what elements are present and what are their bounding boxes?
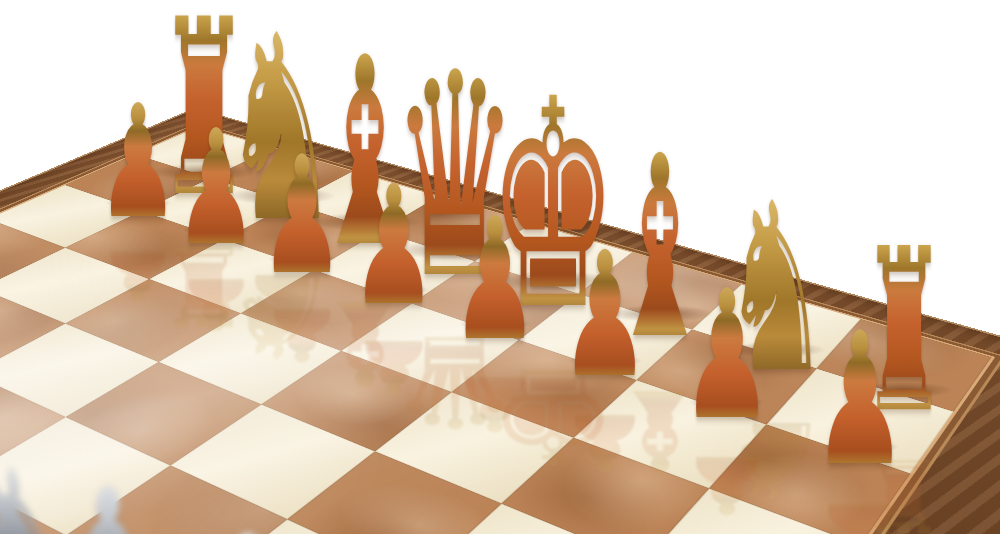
silver-p-glyph: ♟ [177, 502, 319, 534]
silver-n-glyph: ♞ [29, 517, 146, 534]
scene: ♜♜♞♞♝♝♛♛♚♚♝♝♞♞♜♜♟♟♟♟♟♟♟♟♟♟♟♟♟♟♟♟♞♞♟♟♞♞♟♟… [0, 0, 1000, 534]
gold-p-glyph: ♟ [561, 230, 651, 403]
pieces-layer: ♜♜♞♞♝♝♛♛♚♚♝♝♞♞♜♜♟♟♟♟♟♟♟♟♟♟♟♟♟♟♟♟♞♞♟♟♞♞♟♟ [0, 0, 1000, 534]
gold-p-glyph: ♟ [812, 308, 907, 491]
gold-p-glyph: ♟ [680, 267, 773, 445]
gold-p-glyph: ♟ [451, 196, 539, 365]
gold-p-glyph: ♟ [97, 84, 178, 240]
gold-p-glyph: ♟ [260, 135, 345, 298]
gold-p-glyph: ♟ [175, 109, 258, 268]
gold-p-glyph: ♟ [351, 164, 437, 329]
